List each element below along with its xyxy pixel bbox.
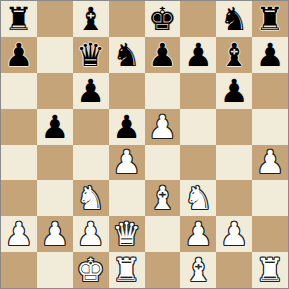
square-b4[interactable] — [37, 145, 73, 181]
white-knight-icon[interactable]: ♞ — [184, 180, 213, 216]
square-f6[interactable] — [180, 73, 216, 109]
white-bishop-icon[interactable]: ♝ — [184, 252, 213, 288]
white-pawn-icon[interactable]: ♟ — [5, 216, 34, 252]
square-c6[interactable]: ♟ — [73, 73, 109, 109]
white-pawn-icon[interactable]: ♟ — [184, 216, 213, 252]
square-g3[interactable] — [216, 180, 252, 216]
square-d8[interactable] — [109, 1, 145, 37]
black-pawn-icon[interactable]: ♟ — [256, 37, 285, 73]
white-rook-icon[interactable]: ♜ — [256, 252, 285, 288]
square-c1[interactable]: ♚ — [73, 252, 109, 288]
square-a8[interactable]: ♜ — [1, 1, 37, 37]
square-b6[interactable] — [37, 73, 73, 109]
square-d7[interactable]: ♞ — [109, 37, 145, 73]
square-f2[interactable]: ♟ — [180, 216, 216, 252]
black-pawn-icon[interactable]: ♟ — [112, 109, 141, 145]
black-pawn-icon[interactable]: ♟ — [40, 109, 69, 145]
square-c5[interactable] — [73, 109, 109, 145]
square-g6[interactable]: ♟ — [216, 73, 252, 109]
square-d4[interactable]: ♟ — [109, 145, 145, 181]
square-c3[interactable]: ♞ — [73, 180, 109, 216]
square-e2[interactable] — [145, 216, 181, 252]
square-e8[interactable]: ♚ — [145, 1, 181, 37]
square-f1[interactable]: ♝ — [180, 252, 216, 288]
square-d6[interactable] — [109, 73, 145, 109]
square-c4[interactable] — [73, 145, 109, 181]
square-b2[interactable]: ♟ — [37, 216, 73, 252]
square-g4[interactable] — [216, 145, 252, 181]
black-queen-icon[interactable]: ♛ — [76, 37, 105, 73]
square-g8[interactable]: ♞ — [216, 1, 252, 37]
square-b7[interactable] — [37, 37, 73, 73]
square-a6[interactable] — [1, 73, 37, 109]
square-g1[interactable] — [216, 252, 252, 288]
black-pawn-icon[interactable]: ♟ — [148, 37, 177, 73]
black-rook-icon[interactable]: ♜ — [5, 1, 34, 37]
square-f5[interactable] — [180, 109, 216, 145]
square-f8[interactable] — [180, 1, 216, 37]
square-e7[interactable]: ♟ — [145, 37, 181, 73]
black-bishop-icon[interactable]: ♝ — [220, 37, 249, 73]
black-pawn-icon[interactable]: ♟ — [184, 37, 213, 73]
square-e1[interactable] — [145, 252, 181, 288]
black-bishop-icon[interactable]: ♝ — [76, 1, 105, 37]
square-c2[interactable]: ♟ — [73, 216, 109, 252]
white-bishop-icon[interactable]: ♝ — [148, 180, 177, 216]
black-pawn-icon[interactable]: ♟ — [76, 73, 105, 109]
white-pawn-icon[interactable]: ♟ — [220, 216, 249, 252]
square-h2[interactable] — [252, 216, 288, 252]
black-pawn-icon[interactable]: ♟ — [5, 37, 34, 73]
square-h5[interactable] — [252, 109, 288, 145]
black-pawn-icon[interactable]: ♟ — [220, 73, 249, 109]
square-g2[interactable]: ♟ — [216, 216, 252, 252]
square-f7[interactable]: ♟ — [180, 37, 216, 73]
square-d1[interactable]: ♜ — [109, 252, 145, 288]
square-c7[interactable]: ♛ — [73, 37, 109, 73]
white-pawn-icon[interactable]: ♟ — [40, 216, 69, 252]
square-d2[interactable]: ♛ — [109, 216, 145, 252]
square-e3[interactable]: ♝ — [145, 180, 181, 216]
white-pawn-icon[interactable]: ♟ — [112, 145, 141, 181]
square-g7[interactable]: ♝ — [216, 37, 252, 73]
white-pawn-icon[interactable]: ♟ — [76, 216, 105, 252]
square-h7[interactable]: ♟ — [252, 37, 288, 73]
square-f3[interactable]: ♞ — [180, 180, 216, 216]
black-rook-icon[interactable]: ♜ — [256, 1, 285, 37]
square-a5[interactable] — [1, 109, 37, 145]
square-a2[interactable]: ♟ — [1, 216, 37, 252]
square-e4[interactable] — [145, 145, 181, 181]
black-knight-icon[interactable]: ♞ — [112, 37, 141, 73]
black-knight-icon[interactable]: ♞ — [220, 1, 249, 37]
chess-board: ♜♝♚♞♜♟♛♞♟♟♝♟♟♟♟♟♟♟♟♞♝♞♟♟♟♛♟♟♚♜♝♜ — [0, 0, 289, 289]
white-pawn-icon[interactable]: ♟ — [256, 145, 285, 181]
square-h6[interactable] — [252, 73, 288, 109]
square-h8[interactable]: ♜ — [252, 1, 288, 37]
square-g5[interactable] — [216, 109, 252, 145]
square-e6[interactable] — [145, 73, 181, 109]
black-king-icon[interactable]: ♚ — [148, 1, 177, 37]
white-king-icon[interactable]: ♚ — [76, 252, 105, 288]
square-e5[interactable]: ♟ — [145, 109, 181, 145]
white-queen-icon[interactable]: ♛ — [112, 216, 141, 252]
square-h3[interactable] — [252, 180, 288, 216]
square-b5[interactable]: ♟ — [37, 109, 73, 145]
square-d5[interactable]: ♟ — [109, 109, 145, 145]
square-h1[interactable]: ♜ — [252, 252, 288, 288]
square-d3[interactable] — [109, 180, 145, 216]
white-knight-icon[interactable]: ♞ — [76, 180, 105, 216]
square-a7[interactable]: ♟ — [1, 37, 37, 73]
square-a3[interactable] — [1, 180, 37, 216]
square-b3[interactable] — [37, 180, 73, 216]
square-a4[interactable] — [1, 145, 37, 181]
square-a1[interactable] — [1, 252, 37, 288]
square-h4[interactable]: ♟ — [252, 145, 288, 181]
white-pawn-icon[interactable]: ♟ — [148, 109, 177, 145]
square-b8[interactable] — [37, 1, 73, 37]
white-rook-icon[interactable]: ♜ — [112, 252, 141, 288]
square-b1[interactable] — [37, 252, 73, 288]
square-c8[interactable]: ♝ — [73, 1, 109, 37]
square-f4[interactable] — [180, 145, 216, 181]
